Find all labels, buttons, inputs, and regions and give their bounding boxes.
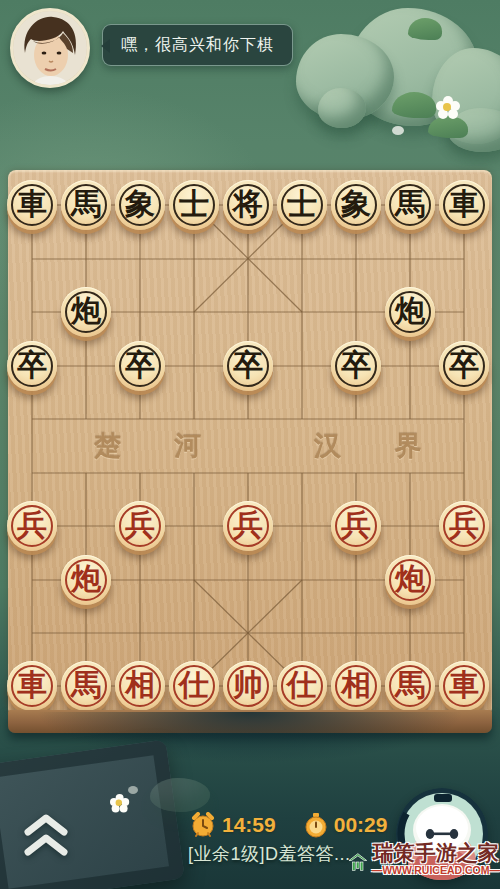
flower-icon bbox=[436, 96, 460, 120]
piece-black-卒[interactable]: 卒 bbox=[7, 341, 57, 391]
double-chevron-up-icon bbox=[20, 810, 72, 858]
piece-character: 卒 bbox=[233, 350, 263, 380]
grass-tuft bbox=[408, 18, 442, 40]
main-timer: 14:59 bbox=[190, 812, 276, 838]
piece-black-馬[interactable]: 馬 bbox=[61, 180, 111, 230]
pebble bbox=[128, 786, 138, 794]
piece-black-卒[interactable]: 卒 bbox=[439, 341, 489, 391]
piece-black-車[interactable]: 車 bbox=[7, 180, 57, 230]
piece-character: 車 bbox=[449, 670, 479, 700]
site-watermark: 瑞策手游之家 —WWW.RUICEAD.COM— bbox=[348, 842, 500, 882]
piece-red-兵[interactable]: 兵 bbox=[115, 501, 165, 551]
piece-black-士[interactable]: 士 bbox=[277, 180, 327, 230]
piece-character: 仕 bbox=[179, 670, 209, 700]
piece-black-卒[interactable]: 卒 bbox=[331, 341, 381, 391]
move-timer: 00:29 bbox=[304, 812, 388, 838]
piece-character: 象 bbox=[341, 189, 371, 219]
piece-black-卒[interactable]: 卒 bbox=[223, 341, 273, 391]
piece-red-車[interactable]: 車 bbox=[7, 661, 57, 711]
collapse-chevron-button[interactable] bbox=[20, 810, 72, 858]
piece-black-炮[interactable]: 炮 bbox=[385, 287, 435, 337]
piece-black-象[interactable]: 象 bbox=[115, 180, 165, 230]
piece-character: 将 bbox=[233, 189, 263, 219]
piece-character: 馬 bbox=[395, 189, 425, 219]
river-label-right: 汉 界 bbox=[314, 426, 443, 466]
river-label-left: 楚 河 bbox=[94, 426, 223, 466]
piece-red-仕[interactable]: 仕 bbox=[169, 661, 219, 711]
piece-character: 車 bbox=[17, 189, 47, 219]
piece-red-兵[interactable]: 兵 bbox=[223, 501, 273, 551]
piece-red-炮[interactable]: 炮 bbox=[385, 555, 435, 605]
timer-bar: 14:59 00:29 bbox=[190, 812, 387, 838]
piece-character: 卒 bbox=[125, 350, 155, 380]
piece-red-兵[interactable]: 兵 bbox=[439, 501, 489, 551]
house-icon bbox=[348, 842, 368, 882]
piece-red-仕[interactable]: 仕 bbox=[277, 661, 327, 711]
piece-character: 馬 bbox=[71, 670, 101, 700]
piece-character: 象 bbox=[125, 189, 155, 219]
piece-character: 相 bbox=[125, 670, 155, 700]
stopwatch-icon bbox=[304, 812, 328, 838]
piece-red-兵[interactable]: 兵 bbox=[7, 501, 57, 551]
piece-character: 馬 bbox=[71, 189, 101, 219]
grass-tuft bbox=[392, 92, 436, 118]
flower-icon bbox=[110, 794, 126, 810]
piece-character: 炮 bbox=[71, 564, 101, 594]
piece-black-馬[interactable]: 馬 bbox=[385, 180, 435, 230]
chat-message: 嘿，很高兴和你下棋 bbox=[121, 35, 274, 56]
pebble bbox=[392, 126, 404, 135]
piece-red-相[interactable]: 相 bbox=[115, 661, 165, 711]
piece-character: 士 bbox=[287, 189, 317, 219]
piece-character: 車 bbox=[449, 189, 479, 219]
piece-black-卒[interactable]: 卒 bbox=[115, 341, 165, 391]
opponent-portrait bbox=[13, 11, 87, 85]
piece-red-兵[interactable]: 兵 bbox=[331, 501, 381, 551]
main-timer-value: 14:59 bbox=[222, 813, 276, 837]
piece-black-象[interactable]: 象 bbox=[331, 180, 381, 230]
piece-character: 炮 bbox=[395, 564, 425, 594]
piece-red-帅[interactable]: 帅 bbox=[223, 661, 273, 711]
piece-character: 卒 bbox=[341, 350, 371, 380]
piece-character: 兵 bbox=[449, 510, 479, 540]
opponent-avatar[interactable] bbox=[10, 8, 90, 88]
game-screen: 嘿，很高兴和你下棋 楚 河 汉 界 車馬象士将士象馬車炮炮卒卒卒卒卒兵兵兵兵兵炮… bbox=[0, 0, 500, 889]
player-label: [业余1级]D羞答答... bbox=[188, 842, 351, 866]
watermark-url: —WWW.RUICEAD.COM— bbox=[372, 864, 500, 876]
alarm-clock-icon bbox=[190, 812, 216, 838]
piece-black-士[interactable]: 士 bbox=[169, 180, 219, 230]
piece-character: 帅 bbox=[233, 670, 263, 700]
rock-small bbox=[318, 88, 366, 128]
piece-character: 相 bbox=[341, 670, 371, 700]
piece-character: 兵 bbox=[125, 510, 155, 540]
piece-red-車[interactable]: 車 bbox=[439, 661, 489, 711]
piece-character: 兵 bbox=[233, 510, 263, 540]
piece-black-将[interactable]: 将 bbox=[223, 180, 273, 230]
piece-character: 兵 bbox=[17, 510, 47, 540]
piece-character: 卒 bbox=[449, 350, 479, 380]
piece-red-馬[interactable]: 馬 bbox=[61, 661, 111, 711]
stone-path bbox=[150, 778, 210, 812]
piece-character: 兵 bbox=[341, 510, 371, 540]
chat-bubble: 嘿，很高兴和你下棋 bbox=[102, 24, 293, 66]
piece-black-炮[interactable]: 炮 bbox=[61, 287, 111, 337]
piece-character: 仕 bbox=[287, 670, 317, 700]
piece-character: 炮 bbox=[395, 296, 425, 326]
move-timer-value: 00:29 bbox=[334, 813, 388, 837]
watermark-title: 瑞策手游之家 bbox=[373, 842, 499, 864]
piece-red-相[interactable]: 相 bbox=[331, 661, 381, 711]
piece-red-炮[interactable]: 炮 bbox=[61, 555, 111, 605]
piece-character: 卒 bbox=[17, 350, 47, 380]
piece-character: 炮 bbox=[71, 296, 101, 326]
piece-red-馬[interactable]: 馬 bbox=[385, 661, 435, 711]
xiangqi-board[interactable]: 楚 河 汉 界 車馬象士将士象馬車炮炮卒卒卒卒卒兵兵兵兵兵炮炮車馬相仕帅仕相馬車 bbox=[8, 170, 492, 712]
piece-character: 車 bbox=[17, 670, 47, 700]
piece-black-車[interactable]: 車 bbox=[439, 180, 489, 230]
piece-character: 士 bbox=[179, 189, 209, 219]
piece-character: 馬 bbox=[395, 670, 425, 700]
